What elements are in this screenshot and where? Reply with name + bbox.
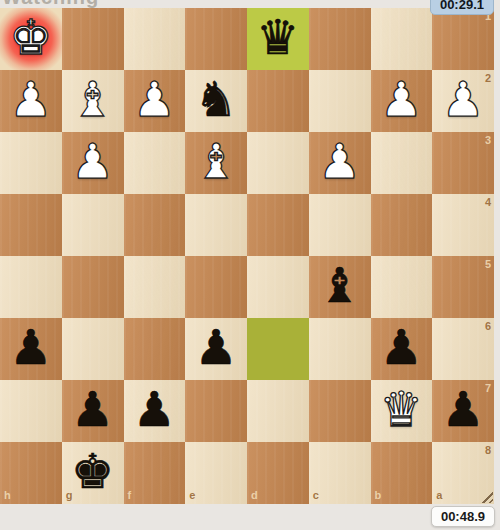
- file-label-e: e: [189, 490, 195, 501]
- white-pawn-piece: ♟: [318, 137, 361, 185]
- square-f7[interactable]: ♟: [124, 380, 186, 442]
- rank-label-3: 3: [485, 135, 491, 146]
- square-d5[interactable]: [247, 256, 309, 318]
- square-a4[interactable]: 4: [432, 194, 494, 256]
- square-d4[interactable]: [247, 194, 309, 256]
- square-d1[interactable]: ♛: [247, 8, 309, 70]
- square-f8[interactable]: f: [124, 442, 186, 504]
- square-e2[interactable]: ♞: [185, 70, 247, 132]
- square-c4[interactable]: [309, 194, 371, 256]
- square-h8[interactable]: h: [0, 442, 62, 504]
- file-label-g: g: [66, 490, 73, 501]
- black-pawn-piece: ♟: [195, 323, 238, 371]
- square-d6[interactable]: [247, 318, 309, 380]
- square-d2[interactable]: [247, 70, 309, 132]
- white-pawn-piece: ♟: [71, 137, 114, 185]
- square-g8[interactable]: ♚g: [62, 442, 124, 504]
- square-c5[interactable]: ♝: [309, 256, 371, 318]
- square-h1[interactable]: ♚: [0, 8, 62, 70]
- square-e1[interactable]: [185, 8, 247, 70]
- square-g3[interactable]: ♟: [62, 132, 124, 194]
- square-a2[interactable]: ♟2: [432, 70, 494, 132]
- square-b1[interactable]: [371, 8, 433, 70]
- bottom-player-clock: 00:48.9: [431, 506, 495, 527]
- rank-label-4: 4: [485, 197, 491, 208]
- black-king-piece: ♚: [71, 447, 114, 495]
- square-f6[interactable]: [124, 318, 186, 380]
- white-bishop-piece: ♝: [195, 137, 238, 185]
- square-a5[interactable]: 5: [432, 256, 494, 318]
- square-b3[interactable]: [371, 132, 433, 194]
- square-h6[interactable]: ♟: [0, 318, 62, 380]
- white-king-piece: ♚: [9, 13, 52, 61]
- square-b6[interactable]: ♟: [371, 318, 433, 380]
- square-h3[interactable]: [0, 132, 62, 194]
- file-label-h: h: [4, 490, 11, 501]
- square-f1[interactable]: [124, 8, 186, 70]
- square-c2[interactable]: [309, 70, 371, 132]
- square-e3[interactable]: ♝: [185, 132, 247, 194]
- white-pawn-piece: ♟: [442, 75, 485, 123]
- square-b7[interactable]: ♛: [371, 380, 433, 442]
- square-e7[interactable]: [185, 380, 247, 442]
- white-pawn-piece: ♟: [9, 75, 52, 123]
- square-f3[interactable]: [124, 132, 186, 194]
- square-a3[interactable]: 3: [432, 132, 494, 194]
- black-pawn-piece: ♟: [9, 323, 52, 371]
- square-a8[interactable]: a8: [432, 442, 494, 504]
- square-e5[interactable]: [185, 256, 247, 318]
- square-b8[interactable]: b: [371, 442, 433, 504]
- square-g4[interactable]: [62, 194, 124, 256]
- square-h2[interactable]: ♟: [0, 70, 62, 132]
- square-f4[interactable]: [124, 194, 186, 256]
- square-a1[interactable]: 1: [432, 8, 494, 70]
- black-knight-piece: ♞: [195, 75, 238, 123]
- rank-label-6: 6: [485, 321, 491, 332]
- square-c3[interactable]: ♟: [309, 132, 371, 194]
- square-a6[interactable]: 6: [432, 318, 494, 380]
- rank-label-2: 2: [485, 73, 491, 84]
- square-f2[interactable]: ♟: [124, 70, 186, 132]
- square-d7[interactable]: [247, 380, 309, 442]
- file-label-a: a: [436, 490, 442, 501]
- square-c6[interactable]: [309, 318, 371, 380]
- black-pawn-piece: ♟: [71, 385, 114, 433]
- rank-label-8: 8: [485, 445, 491, 456]
- square-b2[interactable]: ♟: [371, 70, 433, 132]
- black-pawn-piece: ♟: [442, 385, 485, 433]
- chess-app-window: Watching ♚♛1♟♝♟♞♟♟2♟♝♟34♝5♟♟♟6♟♟♛♟7h♚gfe…: [0, 0, 500, 530]
- square-g1[interactable]: [62, 8, 124, 70]
- file-label-c: c: [313, 490, 319, 501]
- square-d3[interactable]: [247, 132, 309, 194]
- white-pawn-piece: ♟: [133, 75, 176, 123]
- square-h7[interactable]: [0, 380, 62, 442]
- black-queen-piece: ♛: [256, 13, 299, 61]
- square-c8[interactable]: c: [309, 442, 371, 504]
- black-bishop-piece: ♝: [318, 261, 361, 309]
- black-pawn-piece: ♟: [133, 385, 176, 433]
- black-pawn-piece: ♟: [380, 323, 423, 371]
- square-b4[interactable]: [371, 194, 433, 256]
- white-bishop-piece: ♝: [71, 75, 114, 123]
- square-c1[interactable]: [309, 8, 371, 70]
- file-label-d: d: [251, 490, 258, 501]
- square-h5[interactable]: [0, 256, 62, 318]
- square-d8[interactable]: d: [247, 442, 309, 504]
- white-pawn-piece: ♟: [380, 75, 423, 123]
- square-g5[interactable]: [62, 256, 124, 318]
- rank-label-5: 5: [485, 259, 491, 270]
- square-b5[interactable]: [371, 256, 433, 318]
- square-h4[interactable]: [0, 194, 62, 256]
- square-c7[interactable]: [309, 380, 371, 442]
- file-label-f: f: [128, 490, 132, 501]
- square-g2[interactable]: ♝: [62, 70, 124, 132]
- square-e8[interactable]: e: [185, 442, 247, 504]
- square-e4[interactable]: [185, 194, 247, 256]
- top-player-clock: 00:29.1: [430, 0, 494, 15]
- square-g6[interactable]: [62, 318, 124, 380]
- square-g7[interactable]: ♟: [62, 380, 124, 442]
- rank-label-7: 7: [485, 383, 491, 394]
- file-label-b: b: [375, 490, 382, 501]
- chess-board: ♚♛1♟♝♟♞♟♟2♟♝♟34♝5♟♟♟6♟♟♛♟7h♚gfedcba8: [0, 8, 494, 504]
- white-queen-piece: ♛: [380, 385, 423, 433]
- square-e6[interactable]: ♟: [185, 318, 247, 380]
- square-f5[interactable]: [124, 256, 186, 318]
- square-a7[interactable]: ♟7: [432, 380, 494, 442]
